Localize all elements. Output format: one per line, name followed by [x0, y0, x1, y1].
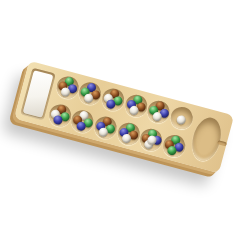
pit-grid: [45, 69, 198, 164]
mancala-board: [14, 61, 234, 174]
clear-bead: [176, 115, 187, 126]
right-store-pit[interactable]: [188, 114, 225, 163]
white-plate: [23, 70, 54, 118]
product-photo: [0, 0, 250, 250]
